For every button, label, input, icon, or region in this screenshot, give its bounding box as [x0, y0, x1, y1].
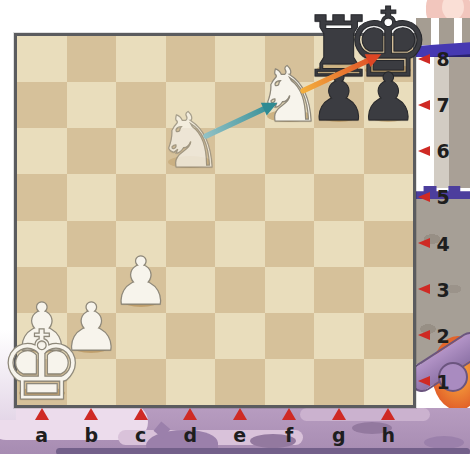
- square-c5[interactable]: [116, 174, 166, 220]
- square-a1[interactable]: [17, 359, 67, 405]
- square-b7[interactable]: [67, 82, 117, 128]
- square-h3[interactable]: [364, 267, 414, 313]
- square-e3[interactable]: [215, 267, 265, 313]
- square-h7[interactable]: [364, 82, 414, 128]
- square-e1[interactable]: [215, 359, 265, 405]
- square-b5[interactable]: [67, 174, 117, 220]
- square-b8[interactable]: [67, 36, 117, 82]
- castle-wall-upper: [416, 57, 470, 188]
- square-d4[interactable]: [166, 221, 216, 267]
- square-g7[interactable]: [314, 82, 364, 128]
- ground-dark-edge: [56, 448, 470, 454]
- square-a2[interactable]: [17, 313, 67, 359]
- square-g6[interactable]: [314, 128, 364, 174]
- square-f5[interactable]: [265, 174, 315, 220]
- square-c8[interactable]: [116, 36, 166, 82]
- square-f8[interactable]: [265, 36, 315, 82]
- square-c4[interactable]: [116, 221, 166, 267]
- square-d6[interactable]: [166, 128, 216, 174]
- square-c3[interactable]: [116, 267, 166, 313]
- purple-pipe-joint: [438, 362, 468, 392]
- square-h2[interactable]: [364, 313, 414, 359]
- square-d8[interactable]: [166, 36, 216, 82]
- ground-rock: [352, 422, 392, 434]
- square-e2[interactable]: [215, 313, 265, 359]
- square-f7[interactable]: [265, 82, 315, 128]
- castle-battlements: [416, 18, 470, 45]
- board-grid: [17, 36, 413, 405]
- square-a5[interactable]: [17, 174, 67, 220]
- square-f2[interactable]: [265, 313, 315, 359]
- square-a3[interactable]: [17, 267, 67, 313]
- square-f6[interactable]: [265, 128, 315, 174]
- chess-board: [14, 33, 416, 408]
- square-d2[interactable]: [166, 313, 216, 359]
- square-e5[interactable]: [215, 174, 265, 220]
- square-g2[interactable]: [314, 313, 364, 359]
- square-b6[interactable]: [67, 128, 117, 174]
- square-g1[interactable]: [314, 359, 364, 405]
- ground-rock: [250, 434, 296, 448]
- background-castle-tower: [416, 0, 470, 414]
- square-h4[interactable]: [364, 221, 414, 267]
- square-g4[interactable]: [314, 221, 364, 267]
- square-d5[interactable]: [166, 174, 216, 220]
- square-h1[interactable]: [364, 359, 414, 405]
- square-h8[interactable]: [364, 36, 414, 82]
- square-h6[interactable]: [364, 128, 414, 174]
- square-a7[interactable]: [17, 82, 67, 128]
- background-purple-ground: [0, 408, 470, 454]
- square-b3[interactable]: [67, 267, 117, 313]
- square-a8[interactable]: [17, 36, 67, 82]
- square-h5[interactable]: [364, 174, 414, 220]
- square-g3[interactable]: [314, 267, 364, 313]
- square-d3[interactable]: [166, 267, 216, 313]
- square-b4[interactable]: [67, 221, 117, 267]
- square-b2[interactable]: [67, 313, 117, 359]
- square-c6[interactable]: [116, 128, 166, 174]
- square-c1[interactable]: [116, 359, 166, 405]
- square-e4[interactable]: [215, 221, 265, 267]
- square-f3[interactable]: [265, 267, 315, 313]
- square-e8[interactable]: [215, 36, 265, 82]
- square-f4[interactable]: [265, 221, 315, 267]
- square-d1[interactable]: [166, 359, 216, 405]
- square-a4[interactable]: [17, 221, 67, 267]
- square-f1[interactable]: [265, 359, 315, 405]
- square-c7[interactable]: [116, 82, 166, 128]
- square-e6[interactable]: [215, 128, 265, 174]
- square-g5[interactable]: [314, 174, 364, 220]
- square-d7[interactable]: [166, 82, 216, 128]
- square-a6[interactable]: [17, 128, 67, 174]
- square-b1[interactable]: [67, 359, 117, 405]
- square-c2[interactable]: [116, 313, 166, 359]
- mist-streak-right: [300, 408, 430, 421]
- square-g8[interactable]: [314, 36, 364, 82]
- square-e7[interactable]: [215, 82, 265, 128]
